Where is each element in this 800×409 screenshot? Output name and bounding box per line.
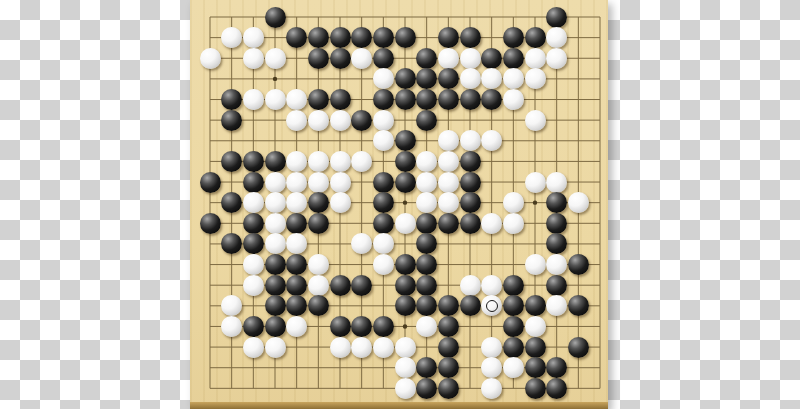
black-stone[interactable]	[373, 172, 394, 193]
black-stone[interactable]	[525, 357, 546, 378]
star-point	[533, 200, 537, 204]
white-stone[interactable]	[395, 357, 416, 378]
black-stone[interactable]	[416, 110, 437, 131]
white-stone[interactable]	[525, 110, 546, 131]
white-stone[interactable]	[525, 48, 546, 69]
black-stone[interactable]	[330, 27, 351, 48]
white-stone[interactable]	[373, 254, 394, 275]
black-stone[interactable]	[438, 378, 459, 399]
black-stone[interactable]	[395, 254, 416, 275]
black-stone[interactable]	[546, 7, 567, 28]
black-stone[interactable]	[438, 295, 459, 316]
white-stone[interactable]	[308, 172, 329, 193]
black-stone[interactable]	[416, 48, 437, 69]
black-stone[interactable]	[546, 275, 567, 296]
black-stone[interactable]	[373, 89, 394, 110]
white-stone[interactable]	[395, 213, 416, 234]
black-stone[interactable]	[438, 357, 459, 378]
black-stone[interactable]	[308, 295, 329, 316]
white-stone[interactable]	[351, 48, 372, 69]
black-stone[interactable]	[481, 48, 502, 69]
black-stone[interactable]	[416, 378, 437, 399]
black-stone[interactable]	[460, 151, 481, 172]
white-stone[interactable]	[330, 337, 351, 358]
white-stone[interactable]	[395, 378, 416, 399]
black-stone[interactable]	[243, 172, 264, 193]
black-stone[interactable]	[351, 316, 372, 337]
black-stone[interactable]	[200, 172, 221, 193]
white-stone[interactable]	[351, 337, 372, 358]
black-stone[interactable]	[395, 151, 416, 172]
white-stone[interactable]	[525, 172, 546, 193]
black-stone[interactable]	[460, 295, 481, 316]
black-stone[interactable]	[265, 316, 286, 337]
black-stone[interactable]	[503, 27, 524, 48]
white-stone[interactable]	[416, 172, 437, 193]
white-stone[interactable]	[265, 337, 286, 358]
white-stone[interactable]	[460, 68, 481, 89]
white-stone[interactable]	[438, 48, 459, 69]
black-stone[interactable]	[286, 213, 307, 234]
black-stone[interactable]	[395, 89, 416, 110]
black-stone[interactable]	[243, 151, 264, 172]
black-stone[interactable]	[200, 213, 221, 234]
black-stone[interactable]	[503, 337, 524, 358]
black-stone[interactable]	[416, 213, 437, 234]
white-stone[interactable]	[503, 213, 524, 234]
white-stone[interactable]	[243, 275, 264, 296]
black-stone[interactable]	[265, 151, 286, 172]
white-stone[interactable]	[525, 68, 546, 89]
white-stone[interactable]	[481, 275, 502, 296]
white-stone[interactable]	[568, 192, 589, 213]
white-stone[interactable]	[330, 192, 351, 213]
black-stone[interactable]	[330, 275, 351, 296]
white-stone[interactable]	[351, 151, 372, 172]
black-stone[interactable]	[265, 295, 286, 316]
black-stone[interactable]	[373, 213, 394, 234]
white-stone[interactable]	[503, 89, 524, 110]
white-stone[interactable]	[481, 337, 502, 358]
black-stone[interactable]	[503, 295, 524, 316]
black-stone[interactable]	[330, 48, 351, 69]
go-board[interactable]	[190, 0, 608, 409]
black-stone[interactable]	[525, 337, 546, 358]
black-stone[interactable]	[308, 89, 329, 110]
black-stone[interactable]	[546, 213, 567, 234]
white-stone[interactable]	[460, 130, 481, 151]
white-stone[interactable]	[243, 337, 264, 358]
black-stone[interactable]	[568, 254, 589, 275]
white-stone[interactable]	[308, 151, 329, 172]
white-stone[interactable]	[438, 172, 459, 193]
black-stone[interactable]	[395, 172, 416, 193]
white-stone[interactable]	[460, 275, 481, 296]
white-stone[interactable]	[265, 172, 286, 193]
white-stone[interactable]	[286, 172, 307, 193]
black-stone[interactable]	[503, 316, 524, 337]
black-stone[interactable]	[373, 316, 394, 337]
black-stone[interactable]	[438, 89, 459, 110]
white-stone[interactable]	[200, 48, 221, 69]
black-stone[interactable]	[525, 295, 546, 316]
white-stone[interactable]	[416, 316, 437, 337]
white-stone[interactable]	[503, 192, 524, 213]
black-stone[interactable]	[308, 27, 329, 48]
black-stone[interactable]	[351, 275, 372, 296]
white-stone[interactable]	[265, 48, 286, 69]
black-stone[interactable]	[395, 275, 416, 296]
white-stone[interactable]	[373, 337, 394, 358]
white-stone[interactable]	[330, 151, 351, 172]
white-stone[interactable]	[438, 151, 459, 172]
black-stone[interactable]	[308, 48, 329, 69]
white-stone[interactable]	[460, 48, 481, 69]
black-stone[interactable]	[525, 27, 546, 48]
white-stone[interactable]	[503, 357, 524, 378]
black-stone[interactable]	[265, 275, 286, 296]
white-stone[interactable]	[481, 378, 502, 399]
black-stone[interactable]	[438, 337, 459, 358]
black-stone[interactable]	[416, 275, 437, 296]
black-stone[interactable]	[373, 48, 394, 69]
black-stone[interactable]	[460, 89, 481, 110]
black-stone[interactable]	[460, 213, 481, 234]
black-stone[interactable]	[546, 378, 567, 399]
black-stone[interactable]	[568, 337, 589, 358]
white-stone[interactable]	[286, 110, 307, 131]
white-stone[interactable]	[373, 110, 394, 131]
white-stone[interactable]	[221, 316, 242, 337]
white-stone[interactable]	[308, 110, 329, 131]
white-stone[interactable]	[373, 130, 394, 151]
white-stone[interactable]	[546, 48, 567, 69]
black-stone[interactable]	[265, 7, 286, 28]
black-stone[interactable]	[330, 316, 351, 337]
black-stone[interactable]	[265, 254, 286, 275]
white-stone[interactable]	[243, 89, 264, 110]
white-stone[interactable]	[330, 110, 351, 131]
transparent-checkerboard-background: { "game": { "name": "Go", "board_size": …	[0, 0, 800, 409]
black-stone[interactable]	[221, 110, 242, 131]
white-stone[interactable]	[265, 233, 286, 254]
black-stone[interactable]	[525, 378, 546, 399]
black-stone[interactable]	[243, 316, 264, 337]
black-stone[interactable]	[438, 213, 459, 234]
white-stone[interactable]	[265, 192, 286, 213]
star-point	[273, 77, 277, 81]
black-stone[interactable]	[438, 316, 459, 337]
black-stone[interactable]	[568, 295, 589, 316]
black-stone[interactable]	[330, 89, 351, 110]
black-stone[interactable]	[351, 110, 372, 131]
white-stone[interactable]	[243, 254, 264, 275]
black-stone[interactable]	[503, 275, 524, 296]
black-stone[interactable]	[395, 27, 416, 48]
black-stone[interactable]	[460, 192, 481, 213]
black-stone[interactable]	[286, 275, 307, 296]
black-stone[interactable]	[438, 27, 459, 48]
star-point	[403, 200, 407, 204]
white-stone[interactable]	[286, 151, 307, 172]
black-stone[interactable]	[373, 27, 394, 48]
black-stone[interactable]	[308, 213, 329, 234]
white-stone[interactable]	[546, 172, 567, 193]
white-stone[interactable]	[265, 89, 286, 110]
white-stone[interactable]	[243, 27, 264, 48]
black-stone[interactable]	[460, 27, 481, 48]
star-point	[403, 324, 407, 328]
white-stone[interactable]	[243, 192, 264, 213]
black-stone[interactable]	[503, 48, 524, 69]
black-stone[interactable]	[460, 172, 481, 193]
white-stone[interactable]	[525, 316, 546, 337]
white-stone[interactable]	[395, 337, 416, 358]
white-stone[interactable]	[308, 275, 329, 296]
black-stone[interactable]	[221, 151, 242, 172]
white-stone[interactable]	[438, 192, 459, 213]
black-stone[interactable]	[395, 295, 416, 316]
black-stone[interactable]	[395, 130, 416, 151]
white-stone[interactable]	[308, 254, 329, 275]
black-stone[interactable]	[395, 68, 416, 89]
white-stone[interactable]	[330, 172, 351, 193]
last-move-circle-marker	[486, 300, 498, 312]
white-stone[interactable]	[265, 213, 286, 234]
white-stone[interactable]	[416, 151, 437, 172]
white-stone[interactable]	[286, 316, 307, 337]
black-stone[interactable]	[243, 213, 264, 234]
white-stone[interactable]	[243, 48, 264, 69]
black-stone[interactable]	[308, 192, 329, 213]
white-stone[interactable]	[481, 213, 502, 234]
white-stone[interactable]	[525, 254, 546, 275]
white-stone[interactable]	[438, 130, 459, 151]
black-stone[interactable]	[373, 192, 394, 213]
